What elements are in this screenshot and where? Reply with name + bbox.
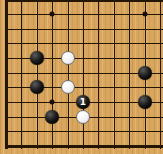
grid-line-v <box>21 0 22 149</box>
grid-line-v <box>114 0 115 149</box>
star-point <box>50 11 55 16</box>
grid-line-v <box>37 0 38 149</box>
star-point <box>142 11 147 16</box>
white-stone[interactable] <box>61 51 75 65</box>
grid-line-v <box>68 0 69 149</box>
grid-line-v <box>52 0 53 149</box>
black-stone[interactable] <box>138 66 152 80</box>
black-stone[interactable] <box>30 80 44 94</box>
black-stone[interactable] <box>138 95 152 109</box>
grid-line-h <box>5 14 163 15</box>
move-number-label: 1 <box>80 98 86 107</box>
grid-line-v <box>83 0 84 149</box>
grid-line-v <box>160 0 161 149</box>
grid-line-h <box>5 58 163 59</box>
grid-line-v <box>129 0 130 149</box>
white-stone[interactable] <box>76 110 90 124</box>
grid-line-v <box>98 0 99 149</box>
move-1-black-stone[interactable]: 1 <box>76 95 90 109</box>
go-board-diagram: 1 <box>0 0 163 154</box>
board-edge-left <box>5 0 8 149</box>
black-stone[interactable] <box>30 51 44 65</box>
black-stone[interactable] <box>45 110 59 124</box>
grid-line-h <box>5 29 163 30</box>
grid-line-h <box>5 131 163 132</box>
grid-line-h <box>5 0 163 2</box>
star-point <box>50 100 55 105</box>
grid-line-h <box>5 43 163 44</box>
grid-line-h <box>5 87 163 88</box>
white-stone[interactable] <box>61 80 75 94</box>
board-edge-bottom <box>5 145 163 148</box>
